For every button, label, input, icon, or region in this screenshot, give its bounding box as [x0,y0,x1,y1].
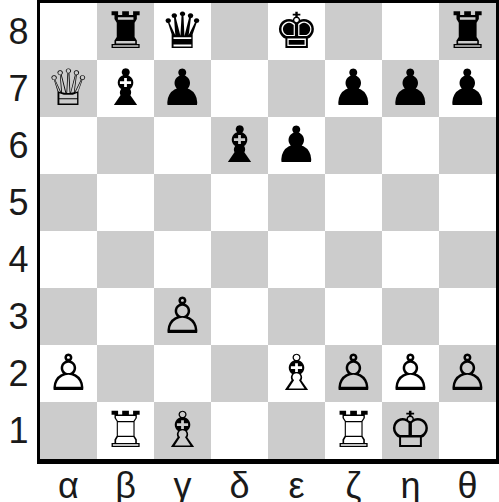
white-queen: ♕ [46,60,91,117]
file-label-h: θ [439,464,496,502]
file-label-a: α [40,464,97,502]
black-pawn: ♟ [160,60,205,117]
square-g7[interactable]: ♟ [382,60,439,117]
square-e5[interactable] [268,174,325,231]
black-pawn: ♟ [388,60,433,117]
square-e8[interactable]: ♚ [268,3,325,60]
chess-diagram: 87654321 ♜♛♚♜♕♝♟♟♟♟♝♟♙♙♗♙♙♙♖♗♖♔ αβγδεζηθ [0,0,499,502]
square-d2[interactable] [211,345,268,402]
square-f2[interactable]: ♙ [325,345,382,402]
square-a5[interactable] [40,174,97,231]
white-pawn: ♙ [445,345,490,402]
square-g1[interactable]: ♔ [382,402,439,459]
square-g2[interactable]: ♙ [382,345,439,402]
rank-label-6: 6 [0,117,37,174]
square-e7[interactable] [268,60,325,117]
square-c6[interactable] [154,117,211,174]
square-f5[interactable] [325,174,382,231]
square-f6[interactable] [325,117,382,174]
chess-board-frame: ♜♛♚♜♕♝♟♟♟♟♝♟♙♙♗♙♙♙♖♗♖♔ [37,0,499,464]
square-e4[interactable] [268,231,325,288]
rank-label-5: 5 [0,174,37,231]
white-bishop: ♗ [160,402,205,459]
rank-labels: 87654321 [0,0,37,464]
square-e1[interactable] [268,402,325,459]
square-h8[interactable]: ♜ [439,3,496,60]
square-d3[interactable] [211,288,268,345]
white-pawn: ♙ [46,345,91,402]
white-rook: ♖ [103,402,148,459]
square-g5[interactable] [382,174,439,231]
square-c1[interactable]: ♗ [154,402,211,459]
rank-label-1: 1 [0,402,37,459]
square-f8[interactable] [325,3,382,60]
square-d4[interactable] [211,231,268,288]
square-b4[interactable] [97,231,154,288]
square-f1[interactable]: ♖ [325,402,382,459]
square-d5[interactable] [211,174,268,231]
file-labels: αβγδεζηθ [37,464,499,502]
square-a2[interactable]: ♙ [40,345,97,402]
square-c5[interactable] [154,174,211,231]
square-g3[interactable] [382,288,439,345]
chess-board: ♜♛♚♜♕♝♟♟♟♟♝♟♙♙♗♙♙♙♖♗♖♔ [40,3,496,459]
square-a8[interactable] [40,3,97,60]
square-g8[interactable] [382,3,439,60]
black-queen: ♛ [160,3,205,60]
black-pawn: ♟ [274,117,319,174]
square-h3[interactable] [439,288,496,345]
square-h1[interactable] [439,402,496,459]
square-e6[interactable]: ♟ [268,117,325,174]
square-a7[interactable]: ♕ [40,60,97,117]
square-h2[interactable]: ♙ [439,345,496,402]
square-b8[interactable]: ♜ [97,3,154,60]
square-e2[interactable]: ♗ [268,345,325,402]
square-h4[interactable] [439,231,496,288]
rank-label-8: 8 [0,3,37,60]
square-b5[interactable] [97,174,154,231]
square-d1[interactable] [211,402,268,459]
black-rook: ♜ [103,3,148,60]
black-pawn: ♟ [445,60,490,117]
black-pawn: ♟ [331,60,376,117]
square-d6[interactable]: ♝ [211,117,268,174]
square-b2[interactable] [97,345,154,402]
square-c8[interactable]: ♛ [154,3,211,60]
square-d8[interactable] [211,3,268,60]
white-pawn: ♙ [160,288,205,345]
square-b6[interactable] [97,117,154,174]
file-label-d: δ [211,464,268,502]
square-a3[interactable] [40,288,97,345]
white-rook: ♖ [331,402,376,459]
square-b1[interactable]: ♖ [97,402,154,459]
square-e3[interactable] [268,288,325,345]
square-a1[interactable] [40,402,97,459]
file-label-b: β [97,464,154,502]
black-king: ♚ [274,3,319,60]
square-a6[interactable] [40,117,97,174]
square-f7[interactable]: ♟ [325,60,382,117]
square-f4[interactable] [325,231,382,288]
rank-label-7: 7 [0,60,37,117]
white-pawn: ♙ [388,345,433,402]
black-rook: ♜ [445,3,490,60]
rank-label-2: 2 [0,345,37,402]
square-c2[interactable] [154,345,211,402]
file-label-g: η [382,464,439,502]
square-b7[interactable]: ♝ [97,60,154,117]
square-f3[interactable] [325,288,382,345]
white-king: ♔ [388,402,433,459]
file-label-f: ζ [325,464,382,502]
square-a4[interactable] [40,231,97,288]
white-pawn: ♙ [331,345,376,402]
square-b3[interactable] [97,288,154,345]
square-h5[interactable] [439,174,496,231]
square-h6[interactable] [439,117,496,174]
black-bishop: ♝ [217,117,262,174]
rank-label-3: 3 [0,288,37,345]
square-c7[interactable]: ♟ [154,60,211,117]
square-c4[interactable] [154,231,211,288]
square-g4[interactable] [382,231,439,288]
white-bishop: ♗ [274,345,319,402]
file-label-c: γ [154,464,211,502]
square-c3[interactable]: ♙ [154,288,211,345]
file-label-e: ε [268,464,325,502]
square-g6[interactable] [382,117,439,174]
square-d7[interactable] [211,60,268,117]
square-h7[interactable]: ♟ [439,60,496,117]
black-bishop: ♝ [103,60,148,117]
rank-label-4: 4 [0,231,37,288]
